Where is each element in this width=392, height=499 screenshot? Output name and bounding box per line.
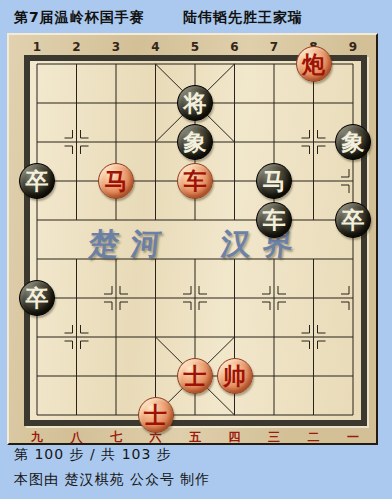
file-label-top: 4 [148, 40, 164, 54]
file-label-bottom: 五 [187, 429, 203, 446]
xiangqi-board[interactable]: 楚河 汉界 123456789 九八七六五四三二一 炮将象象卒马车马车卒卒士帅士 [7, 33, 378, 445]
piece-black-chariot[interactable]: 车 [256, 202, 292, 238]
piece-red-chariot[interactable]: 车 [177, 163, 213, 199]
file-label-top: 2 [69, 40, 85, 54]
file-label-top: 6 [227, 40, 243, 54]
file-label-bottom: 二 [306, 429, 322, 446]
piece-red-cannon[interactable]: 炮 [296, 46, 332, 82]
file-label-bottom: 八 [69, 429, 85, 446]
piece-red-horse[interactable]: 马 [98, 163, 134, 199]
credit-line: 本图由 楚汉棋苑 公众号 制作 [14, 471, 210, 489]
file-label-top: 3 [108, 40, 124, 54]
event-title: 第7届温岭杯国手赛 [14, 9, 145, 27]
file-label-bottom: 七 [108, 429, 124, 446]
file-label-top: 7 [266, 40, 282, 54]
file-label-bottom: 九 [29, 429, 45, 446]
file-label-bottom: 四 [227, 429, 243, 446]
piece-black-soldier[interactable]: 卒 [19, 280, 55, 316]
file-label-bottom: 三 [266, 429, 282, 446]
file-label-bottom: 一 [345, 429, 361, 446]
file-label-top: 5 [187, 40, 203, 54]
move-counter: 第 100 步 / 共 103 步 [14, 446, 172, 464]
piece-red-advisor[interactable]: 士 [177, 358, 213, 394]
file-label-top: 9 [345, 40, 361, 54]
piece-black-general[interactable]: 将 [177, 85, 213, 121]
piece-black-elephant[interactable]: 象 [177, 124, 213, 160]
xiangqi-viewer: 第7届温岭杯国手赛 陆伟韬先胜王家瑞 楚河 汉界 123456789 九八七六五… [0, 0, 392, 499]
piece-black-elephant[interactable]: 象 [335, 124, 371, 160]
piece-red-general[interactable]: 帅 [217, 358, 253, 394]
file-label-top: 1 [29, 40, 45, 54]
piece-black-soldier[interactable]: 卒 [19, 163, 55, 199]
game-result-title: 陆伟韬先胜王家瑞 [183, 9, 303, 27]
piece-red-advisor[interactable]: 士 [138, 397, 174, 433]
river-text-left: 楚河 [87, 224, 175, 265]
piece-black-soldier[interactable]: 卒 [335, 202, 371, 238]
piece-black-horse[interactable]: 马 [256, 163, 292, 199]
